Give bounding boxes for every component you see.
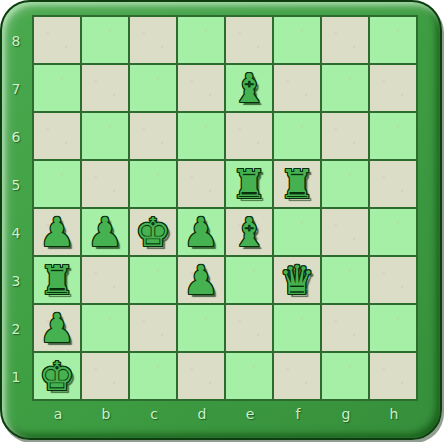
square-d2[interactable] (178, 305, 224, 351)
rank-label-5: 5 (0, 161, 32, 209)
square-f6[interactable] (274, 113, 320, 159)
square-c4[interactable]: ♚ (130, 209, 176, 255)
square-a2[interactable]: ♟ (34, 305, 80, 351)
piece-green-rook[interactable]: ♜ (279, 161, 315, 207)
square-h4[interactable] (370, 209, 416, 255)
square-d4[interactable]: ♟ (178, 209, 224, 255)
rank-label-7: 7 (0, 65, 32, 113)
rank-labels: 87654321 (0, 17, 32, 401)
square-a5[interactable] (34, 161, 80, 207)
rank-label-6: 6 (0, 113, 32, 161)
piece-green-bishop[interactable]: ♝ (231, 65, 267, 111)
square-e5[interactable]: ♜ (226, 161, 272, 207)
square-e4[interactable]: ♝ (226, 209, 272, 255)
square-g6[interactable] (322, 113, 368, 159)
rank-label-8: 8 (0, 17, 32, 65)
square-c3[interactable] (130, 257, 176, 303)
square-b4[interactable]: ♟ (82, 209, 128, 255)
square-b7[interactable] (82, 65, 128, 111)
rank-label-2: 2 (0, 305, 32, 353)
file-label-g: g (322, 401, 370, 427)
square-d1[interactable] (178, 353, 224, 399)
square-b6[interactable] (82, 113, 128, 159)
square-g3[interactable] (322, 257, 368, 303)
piece-green-pawn[interactable]: ♟ (39, 209, 75, 255)
square-g2[interactable] (322, 305, 368, 351)
square-a1[interactable]: ♚ (34, 353, 80, 399)
rank-label-3: 3 (0, 257, 32, 305)
square-c5[interactable] (130, 161, 176, 207)
square-d3[interactable]: ♟ (178, 257, 224, 303)
file-label-a: a (34, 401, 82, 427)
square-h8[interactable] (370, 17, 416, 63)
piece-green-pawn[interactable]: ♟ (87, 209, 123, 255)
piece-green-king[interactable]: ♚ (39, 353, 75, 399)
square-h3[interactable] (370, 257, 416, 303)
square-f8[interactable] (274, 17, 320, 63)
chess-app-window: 87654321 ♝♜♜♟♟♚♟♝♜♟♛♟♚ abcdefgh (0, 0, 444, 442)
piece-green-rook[interactable]: ♜ (231, 161, 267, 207)
square-b1[interactable] (82, 353, 128, 399)
piece-green-rook[interactable]: ♜ (39, 257, 75, 303)
file-label-b: b (82, 401, 130, 427)
square-a8[interactable] (34, 17, 80, 63)
square-a4[interactable]: ♟ (34, 209, 80, 255)
square-c1[interactable] (130, 353, 176, 399)
chess-board: ♝♜♜♟♟♚♟♝♜♟♛♟♚ (32, 15, 418, 401)
square-a7[interactable] (34, 65, 80, 111)
file-labels: abcdefgh (34, 401, 418, 427)
piece-green-bishop[interactable]: ♝ (231, 209, 267, 255)
square-e7[interactable]: ♝ (226, 65, 272, 111)
square-f3[interactable]: ♛ (274, 257, 320, 303)
square-g5[interactable] (322, 161, 368, 207)
square-a3[interactable]: ♜ (34, 257, 80, 303)
square-a6[interactable] (34, 113, 80, 159)
file-label-c: c (130, 401, 178, 427)
square-e8[interactable] (226, 17, 272, 63)
file-label-f: f (274, 401, 322, 427)
square-b2[interactable] (82, 305, 128, 351)
square-c7[interactable] (130, 65, 176, 111)
square-d6[interactable] (178, 113, 224, 159)
square-c8[interactable] (130, 17, 176, 63)
piece-green-pawn[interactable]: ♟ (39, 305, 75, 351)
square-h6[interactable] (370, 113, 416, 159)
square-e6[interactable] (226, 113, 272, 159)
file-label-h: h (370, 401, 418, 427)
square-h2[interactable] (370, 305, 416, 351)
piece-green-pawn[interactable]: ♟ (183, 257, 219, 303)
square-d5[interactable] (178, 161, 224, 207)
square-g4[interactable] (322, 209, 368, 255)
square-e1[interactable] (226, 353, 272, 399)
square-e2[interactable] (226, 305, 272, 351)
square-b5[interactable] (82, 161, 128, 207)
square-f2[interactable] (274, 305, 320, 351)
square-g1[interactable] (322, 353, 368, 399)
piece-green-pawn[interactable]: ♟ (183, 209, 219, 255)
square-f7[interactable] (274, 65, 320, 111)
piece-green-queen[interactable]: ♛ (279, 257, 315, 303)
square-c6[interactable] (130, 113, 176, 159)
square-d8[interactable] (178, 17, 224, 63)
rank-label-1: 1 (0, 353, 32, 401)
square-b3[interactable] (82, 257, 128, 303)
square-b8[interactable] (82, 17, 128, 63)
file-label-e: e (226, 401, 274, 427)
square-d7[interactable] (178, 65, 224, 111)
piece-green-king[interactable]: ♚ (135, 209, 171, 255)
square-f1[interactable] (274, 353, 320, 399)
square-h1[interactable] (370, 353, 416, 399)
square-c2[interactable] (130, 305, 176, 351)
square-e3[interactable] (226, 257, 272, 303)
square-g8[interactable] (322, 17, 368, 63)
rank-label-4: 4 (0, 209, 32, 257)
file-label-d: d (178, 401, 226, 427)
square-f4[interactable] (274, 209, 320, 255)
square-f5[interactable]: ♜ (274, 161, 320, 207)
square-h7[interactable] (370, 65, 416, 111)
square-h5[interactable] (370, 161, 416, 207)
square-g7[interactable] (322, 65, 368, 111)
